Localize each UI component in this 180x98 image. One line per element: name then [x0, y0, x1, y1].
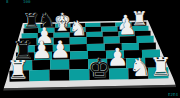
- chess-app-screen: 8 100 E2E4 ♜♞♚♜♝♟♞♟♟♜♟♟♟♜♚♞♜: [0, 0, 180, 98]
- piece-black-king-e1[interactable]: ♚: [88, 56, 111, 82]
- piece-white-rook-a1[interactable]: ♜: [6, 58, 29, 84]
- piece-white-pawn-c3[interactable]: ♟: [49, 38, 71, 62]
- square-b1[interactable]: [29, 70, 49, 81]
- piece-white-pawn-g6[interactable]: ♟: [118, 17, 137, 38]
- square-d2[interactable]: [69, 59, 88, 69]
- square-c1[interactable]: [49, 69, 69, 80]
- chess-board: ♜♞♚♜♝♟♞♟♟♜♟♟♟♜♚♞♜: [0, 0, 180, 98]
- square-d1[interactable]: [69, 69, 89, 80]
- piece-white-rook-h1[interactable]: ♜: [149, 55, 172, 81]
- piece-white-knight-d6[interactable]: ♞: [69, 18, 88, 39]
